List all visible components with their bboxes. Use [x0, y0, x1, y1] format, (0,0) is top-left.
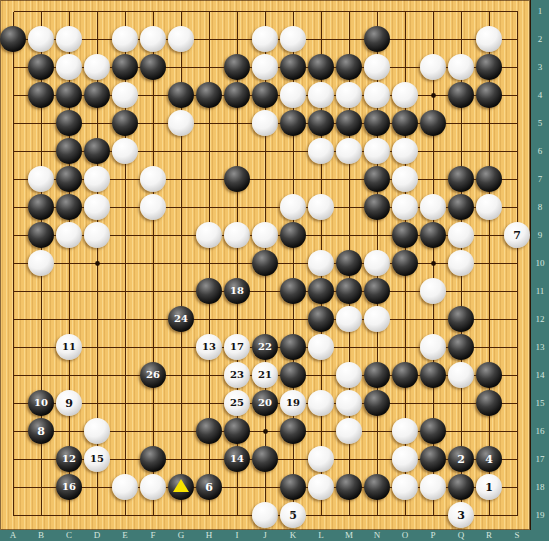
intersection-D10[interactable] — [83, 249, 111, 277]
intersection-A17[interactable] — [0, 445, 27, 473]
intersection-I13[interactable]: 17 — [223, 333, 251, 361]
intersection-J19[interactable] — [251, 501, 279, 529]
intersection-M9[interactable] — [335, 221, 363, 249]
intersection-C1[interactable] — [55, 0, 83, 25]
intersection-E17[interactable] — [111, 445, 139, 473]
intersection-M8[interactable] — [335, 193, 363, 221]
intersection-O2[interactable] — [391, 25, 419, 53]
intersection-R3[interactable] — [475, 53, 503, 81]
intersection-K7[interactable] — [279, 165, 307, 193]
intersection-M10[interactable] — [335, 249, 363, 277]
intersection-O8[interactable] — [391, 193, 419, 221]
intersection-R13[interactable] — [475, 333, 503, 361]
intersection-F6[interactable] — [139, 137, 167, 165]
intersection-P13[interactable] — [419, 333, 447, 361]
intersection-B8[interactable] — [27, 193, 55, 221]
intersection-H14[interactable] — [195, 361, 223, 389]
intersection-Q16[interactable] — [447, 417, 475, 445]
intersection-R14[interactable] — [475, 361, 503, 389]
intersection-I3[interactable] — [223, 53, 251, 81]
intersection-N9[interactable] — [363, 221, 391, 249]
intersection-C11[interactable] — [55, 277, 83, 305]
intersection-M13[interactable] — [335, 333, 363, 361]
intersection-M5[interactable] — [335, 109, 363, 137]
intersection-Q10[interactable] — [447, 249, 475, 277]
intersection-F17[interactable] — [139, 445, 167, 473]
intersection-H19[interactable] — [195, 501, 223, 529]
intersection-K8[interactable] — [279, 193, 307, 221]
intersection-I16[interactable] — [223, 417, 251, 445]
intersection-E1[interactable] — [111, 0, 139, 25]
intersection-E11[interactable] — [111, 277, 139, 305]
intersection-R11[interactable] — [475, 277, 503, 305]
intersection-R18[interactable]: 1 — [475, 473, 503, 501]
intersection-H18[interactable]: 6 — [195, 473, 223, 501]
intersection-D19[interactable] — [83, 501, 111, 529]
intersection-H4[interactable] — [195, 81, 223, 109]
intersection-O3[interactable] — [391, 53, 419, 81]
intersection-Q18[interactable] — [447, 473, 475, 501]
intersection-H8[interactable] — [195, 193, 223, 221]
intersection-E12[interactable] — [111, 305, 139, 333]
intersection-H13[interactable]: 13 — [195, 333, 223, 361]
intersection-F7[interactable] — [139, 165, 167, 193]
intersection-S18[interactable] — [503, 473, 531, 501]
intersection-P9[interactable] — [419, 221, 447, 249]
intersection-D11[interactable] — [83, 277, 111, 305]
intersection-B16[interactable]: 8 — [27, 417, 55, 445]
intersection-R15[interactable] — [475, 389, 503, 417]
intersection-G2[interactable] — [167, 25, 195, 53]
intersection-M7[interactable] — [335, 165, 363, 193]
intersection-D8[interactable] — [83, 193, 111, 221]
intersection-C4[interactable] — [55, 81, 83, 109]
intersection-N8[interactable] — [363, 193, 391, 221]
intersection-D4[interactable] — [83, 81, 111, 109]
intersection-C16[interactable] — [55, 417, 83, 445]
intersection-A8[interactable] — [0, 193, 27, 221]
intersection-N3[interactable] — [363, 53, 391, 81]
intersection-F5[interactable] — [139, 109, 167, 137]
intersection-L9[interactable] — [307, 221, 335, 249]
intersection-R12[interactable] — [475, 305, 503, 333]
intersection-O6[interactable] — [391, 137, 419, 165]
intersection-S10[interactable] — [503, 249, 531, 277]
intersection-O17[interactable] — [391, 445, 419, 473]
intersection-N12[interactable] — [363, 305, 391, 333]
intersection-E8[interactable] — [111, 193, 139, 221]
intersection-P7[interactable] — [419, 165, 447, 193]
intersection-D16[interactable] — [83, 417, 111, 445]
intersection-O12[interactable] — [391, 305, 419, 333]
intersection-I17[interactable]: 14 — [223, 445, 251, 473]
intersection-G18[interactable] — [167, 473, 195, 501]
intersection-I9[interactable] — [223, 221, 251, 249]
intersection-D7[interactable] — [83, 165, 111, 193]
intersection-G14[interactable] — [167, 361, 195, 389]
intersection-H6[interactable] — [195, 137, 223, 165]
intersection-S7[interactable] — [503, 165, 531, 193]
intersection-Q2[interactable] — [447, 25, 475, 53]
intersection-Q14[interactable] — [447, 361, 475, 389]
intersection-G13[interactable] — [167, 333, 195, 361]
intersection-Q15[interactable] — [447, 389, 475, 417]
intersection-A18[interactable] — [0, 473, 27, 501]
intersection-O7[interactable] — [391, 165, 419, 193]
intersection-B15[interactable]: 10 — [27, 389, 55, 417]
intersection-R17[interactable]: 4 — [475, 445, 503, 473]
intersection-S14[interactable] — [503, 361, 531, 389]
intersection-H12[interactable] — [195, 305, 223, 333]
intersection-O15[interactable] — [391, 389, 419, 417]
intersection-P4[interactable] — [419, 81, 447, 109]
intersection-I1[interactable] — [223, 0, 251, 25]
intersection-I5[interactable] — [223, 109, 251, 137]
intersection-E19[interactable] — [111, 501, 139, 529]
intersection-E2[interactable] — [111, 25, 139, 53]
intersection-J9[interactable] — [251, 221, 279, 249]
intersection-A6[interactable] — [0, 137, 27, 165]
intersection-Q1[interactable] — [447, 0, 475, 25]
intersection-D9[interactable] — [83, 221, 111, 249]
intersection-G6[interactable] — [167, 137, 195, 165]
intersection-E6[interactable] — [111, 137, 139, 165]
intersection-L14[interactable] — [307, 361, 335, 389]
intersection-M16[interactable] — [335, 417, 363, 445]
intersection-D3[interactable] — [83, 53, 111, 81]
intersection-J5[interactable] — [251, 109, 279, 137]
intersection-H10[interactable] — [195, 249, 223, 277]
intersection-L13[interactable] — [307, 333, 335, 361]
intersection-I12[interactable] — [223, 305, 251, 333]
intersection-S15[interactable] — [503, 389, 531, 417]
intersection-G10[interactable] — [167, 249, 195, 277]
intersection-J13[interactable]: 22 — [251, 333, 279, 361]
intersection-B19[interactable] — [27, 501, 55, 529]
intersection-P10[interactable] — [419, 249, 447, 277]
intersection-B17[interactable] — [27, 445, 55, 473]
intersection-M3[interactable] — [335, 53, 363, 81]
intersection-S17[interactable] — [503, 445, 531, 473]
intersection-J17[interactable] — [251, 445, 279, 473]
intersection-J3[interactable] — [251, 53, 279, 81]
intersection-S3[interactable] — [503, 53, 531, 81]
intersection-M15[interactable] — [335, 389, 363, 417]
intersection-B5[interactable] — [27, 109, 55, 137]
intersection-O11[interactable] — [391, 277, 419, 305]
intersection-P1[interactable] — [419, 0, 447, 25]
intersection-M6[interactable] — [335, 137, 363, 165]
intersection-O14[interactable] — [391, 361, 419, 389]
intersection-P5[interactable] — [419, 109, 447, 137]
intersection-R1[interactable] — [475, 0, 503, 25]
intersection-E10[interactable] — [111, 249, 139, 277]
intersection-B18[interactable] — [27, 473, 55, 501]
intersection-P2[interactable] — [419, 25, 447, 53]
intersection-L7[interactable] — [307, 165, 335, 193]
intersection-I10[interactable] — [223, 249, 251, 277]
intersection-B12[interactable] — [27, 305, 55, 333]
intersection-J4[interactable] — [251, 81, 279, 109]
intersection-D5[interactable] — [83, 109, 111, 137]
intersection-C8[interactable] — [55, 193, 83, 221]
intersection-H1[interactable] — [195, 0, 223, 25]
intersection-P16[interactable] — [419, 417, 447, 445]
intersection-B14[interactable] — [27, 361, 55, 389]
intersection-N5[interactable] — [363, 109, 391, 137]
intersection-H15[interactable] — [195, 389, 223, 417]
intersection-K5[interactable] — [279, 109, 307, 137]
intersection-N2[interactable] — [363, 25, 391, 53]
intersection-G15[interactable] — [167, 389, 195, 417]
intersection-M11[interactable] — [335, 277, 363, 305]
intersection-K15[interactable]: 19 — [279, 389, 307, 417]
intersection-G12[interactable]: 24 — [167, 305, 195, 333]
intersection-G4[interactable] — [167, 81, 195, 109]
intersection-M14[interactable] — [335, 361, 363, 389]
intersection-C2[interactable] — [55, 25, 83, 53]
intersection-K4[interactable] — [279, 81, 307, 109]
intersection-I7[interactable] — [223, 165, 251, 193]
intersection-F18[interactable] — [139, 473, 167, 501]
intersection-D1[interactable] — [83, 0, 111, 25]
intersection-N7[interactable] — [363, 165, 391, 193]
intersection-B11[interactable] — [27, 277, 55, 305]
intersection-I18[interactable] — [223, 473, 251, 501]
intersection-N17[interactable] — [363, 445, 391, 473]
intersection-M18[interactable] — [335, 473, 363, 501]
intersection-P6[interactable] — [419, 137, 447, 165]
intersection-E3[interactable] — [111, 53, 139, 81]
intersection-O5[interactable] — [391, 109, 419, 137]
intersection-Q11[interactable] — [447, 277, 475, 305]
intersection-E5[interactable] — [111, 109, 139, 137]
intersection-J1[interactable] — [251, 0, 279, 25]
intersection-P14[interactable] — [419, 361, 447, 389]
intersection-F8[interactable] — [139, 193, 167, 221]
intersection-R7[interactable] — [475, 165, 503, 193]
intersection-S4[interactable] — [503, 81, 531, 109]
intersection-F3[interactable] — [139, 53, 167, 81]
intersection-H16[interactable] — [195, 417, 223, 445]
intersection-Q7[interactable] — [447, 165, 475, 193]
intersection-L5[interactable] — [307, 109, 335, 137]
intersection-P17[interactable] — [419, 445, 447, 473]
intersection-P19[interactable] — [419, 501, 447, 529]
intersection-A2[interactable] — [0, 25, 27, 53]
intersection-M2[interactable] — [335, 25, 363, 53]
intersection-Q6[interactable] — [447, 137, 475, 165]
intersection-I8[interactable] — [223, 193, 251, 221]
intersection-C18[interactable]: 16 — [55, 473, 83, 501]
intersection-D17[interactable]: 15 — [83, 445, 111, 473]
intersection-I15[interactable]: 25 — [223, 389, 251, 417]
intersection-L1[interactable] — [307, 0, 335, 25]
intersection-P8[interactable] — [419, 193, 447, 221]
intersection-B10[interactable] — [27, 249, 55, 277]
intersection-K18[interactable] — [279, 473, 307, 501]
intersection-K14[interactable] — [279, 361, 307, 389]
intersection-Q19[interactable]: 3 — [447, 501, 475, 529]
intersection-C5[interactable] — [55, 109, 83, 137]
intersection-G5[interactable] — [167, 109, 195, 137]
intersection-B1[interactable] — [27, 0, 55, 25]
intersection-F14[interactable]: 26 — [139, 361, 167, 389]
intersection-C10[interactable] — [55, 249, 83, 277]
intersection-E9[interactable] — [111, 221, 139, 249]
intersection-B9[interactable] — [27, 221, 55, 249]
intersection-Q3[interactable] — [447, 53, 475, 81]
intersection-F10[interactable] — [139, 249, 167, 277]
intersection-C7[interactable] — [55, 165, 83, 193]
intersection-J14[interactable]: 21 — [251, 361, 279, 389]
intersection-C14[interactable] — [55, 361, 83, 389]
intersection-D12[interactable] — [83, 305, 111, 333]
intersection-R6[interactable] — [475, 137, 503, 165]
intersection-M1[interactable] — [335, 0, 363, 25]
intersection-S9[interactable]: 7 — [503, 221, 531, 249]
intersection-J12[interactable] — [251, 305, 279, 333]
intersection-P3[interactable] — [419, 53, 447, 81]
intersection-S5[interactable] — [503, 109, 531, 137]
intersection-K16[interactable] — [279, 417, 307, 445]
intersection-K13[interactable] — [279, 333, 307, 361]
intersection-A3[interactable] — [0, 53, 27, 81]
intersection-K9[interactable] — [279, 221, 307, 249]
intersection-N1[interactable] — [363, 0, 391, 25]
intersection-J10[interactable] — [251, 249, 279, 277]
intersection-F2[interactable] — [139, 25, 167, 53]
intersection-S6[interactable] — [503, 137, 531, 165]
intersection-J2[interactable] — [251, 25, 279, 53]
intersection-Q9[interactable] — [447, 221, 475, 249]
intersection-L3[interactable] — [307, 53, 335, 81]
intersection-S12[interactable] — [503, 305, 531, 333]
intersection-E4[interactable] — [111, 81, 139, 109]
intersection-L18[interactable] — [307, 473, 335, 501]
go-board[interactable]: 7182411131722262321109252019812151424166… — [0, 0, 531, 531]
intersection-G9[interactable] — [167, 221, 195, 249]
intersection-K12[interactable] — [279, 305, 307, 333]
intersection-C12[interactable] — [55, 305, 83, 333]
intersection-H5[interactable] — [195, 109, 223, 137]
intersection-O13[interactable] — [391, 333, 419, 361]
intersection-H17[interactable] — [195, 445, 223, 473]
intersection-Q4[interactable] — [447, 81, 475, 109]
intersection-C19[interactable] — [55, 501, 83, 529]
intersection-S2[interactable] — [503, 25, 531, 53]
intersection-A12[interactable] — [0, 305, 27, 333]
intersection-K19[interactable]: 5 — [279, 501, 307, 529]
intersection-R19[interactable] — [475, 501, 503, 529]
intersection-O19[interactable] — [391, 501, 419, 529]
intersection-S11[interactable] — [503, 277, 531, 305]
intersection-A1[interactable] — [0, 0, 27, 25]
intersection-G8[interactable] — [167, 193, 195, 221]
intersection-C17[interactable]: 12 — [55, 445, 83, 473]
intersection-R5[interactable] — [475, 109, 503, 137]
intersection-G7[interactable] — [167, 165, 195, 193]
intersection-C13[interactable]: 11 — [55, 333, 83, 361]
intersection-F11[interactable] — [139, 277, 167, 305]
intersection-R4[interactable] — [475, 81, 503, 109]
intersection-A13[interactable] — [0, 333, 27, 361]
intersection-K11[interactable] — [279, 277, 307, 305]
intersection-L10[interactable] — [307, 249, 335, 277]
intersection-A14[interactable] — [0, 361, 27, 389]
intersection-S1[interactable] — [503, 0, 531, 25]
intersection-M12[interactable] — [335, 305, 363, 333]
intersection-O9[interactable] — [391, 221, 419, 249]
intersection-E7[interactable] — [111, 165, 139, 193]
intersection-N14[interactable] — [363, 361, 391, 389]
intersection-Q8[interactable] — [447, 193, 475, 221]
intersection-R8[interactable] — [475, 193, 503, 221]
intersection-S19[interactable] — [503, 501, 531, 529]
intersection-D18[interactable] — [83, 473, 111, 501]
intersection-F13[interactable] — [139, 333, 167, 361]
intersection-H7[interactable] — [195, 165, 223, 193]
intersection-B3[interactable] — [27, 53, 55, 81]
intersection-D2[interactable] — [83, 25, 111, 53]
intersection-C15[interactable]: 9 — [55, 389, 83, 417]
intersection-L19[interactable] — [307, 501, 335, 529]
intersection-O1[interactable] — [391, 0, 419, 25]
intersection-Q12[interactable] — [447, 305, 475, 333]
intersection-A19[interactable] — [0, 501, 27, 529]
intersection-Q17[interactable]: 2 — [447, 445, 475, 473]
intersection-O4[interactable] — [391, 81, 419, 109]
intersection-E14[interactable] — [111, 361, 139, 389]
intersection-L6[interactable] — [307, 137, 335, 165]
intersection-O18[interactable] — [391, 473, 419, 501]
intersection-N4[interactable] — [363, 81, 391, 109]
intersection-A5[interactable] — [0, 109, 27, 137]
intersection-L12[interactable] — [307, 305, 335, 333]
intersection-J7[interactable] — [251, 165, 279, 193]
intersection-A7[interactable] — [0, 165, 27, 193]
intersection-N15[interactable] — [363, 389, 391, 417]
intersection-R10[interactable] — [475, 249, 503, 277]
intersection-I2[interactable] — [223, 25, 251, 53]
intersection-D13[interactable] — [83, 333, 111, 361]
intersection-N6[interactable] — [363, 137, 391, 165]
intersection-A15[interactable] — [0, 389, 27, 417]
intersection-A4[interactable] — [0, 81, 27, 109]
intersection-J8[interactable] — [251, 193, 279, 221]
intersection-L15[interactable] — [307, 389, 335, 417]
intersection-J16[interactable] — [251, 417, 279, 445]
intersection-E13[interactable] — [111, 333, 139, 361]
intersection-D14[interactable] — [83, 361, 111, 389]
intersection-K1[interactable] — [279, 0, 307, 25]
intersection-B13[interactable] — [27, 333, 55, 361]
intersection-G1[interactable] — [167, 0, 195, 25]
intersection-D6[interactable] — [83, 137, 111, 165]
intersection-P12[interactable] — [419, 305, 447, 333]
intersection-E15[interactable] — [111, 389, 139, 417]
intersection-S16[interactable] — [503, 417, 531, 445]
intersection-F12[interactable] — [139, 305, 167, 333]
intersection-B6[interactable] — [27, 137, 55, 165]
intersection-R2[interactable] — [475, 25, 503, 53]
intersection-C3[interactable] — [55, 53, 83, 81]
intersection-N19[interactable] — [363, 501, 391, 529]
intersection-F4[interactable] — [139, 81, 167, 109]
intersection-R9[interactable] — [475, 221, 503, 249]
intersection-G16[interactable] — [167, 417, 195, 445]
intersection-D15[interactable] — [83, 389, 111, 417]
